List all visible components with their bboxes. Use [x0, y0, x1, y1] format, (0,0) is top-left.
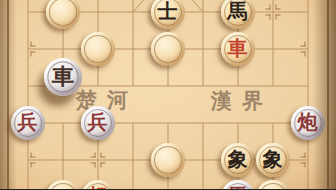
piece-馬[interactable]: 馬 — [221, 180, 255, 190]
piece-hidden[interactable] — [46, 180, 80, 190]
piece-象[interactable]: 象 — [221, 143, 255, 177]
piece-glyph: 馬 — [228, 1, 248, 21]
piece-glyph: 兵 — [88, 112, 108, 132]
piece-車[interactable]: 車 — [43, 57, 81, 95]
piece-象[interactable]: 象 — [256, 143, 290, 177]
piece-glyph: 車 — [228, 38, 248, 58]
piece-hidden[interactable] — [81, 32, 115, 66]
piece-hidden[interactable] — [151, 143, 185, 177]
piece-車[interactable]: 車 — [221, 32, 255, 66]
piece-兵[interactable]: 兵 — [81, 106, 115, 140]
piece-相[interactable]: 相 — [81, 180, 115, 190]
piece-士[interactable]: 士 — [151, 0, 185, 29]
piece-glyph: 象 — [263, 149, 283, 169]
piece-馬[interactable]: 馬 — [221, 0, 255, 29]
piece-兵[interactable]: 兵 — [11, 106, 45, 140]
piece-glyph: 馬 — [228, 186, 248, 190]
xiangqi-board[interactable]: 楚河 漢界 士馬車車兵兵炮象象相馬 — [0, 0, 336, 189]
piece-炮[interactable]: 炮 — [291, 106, 325, 140]
piece-glyph: 士 — [158, 1, 178, 21]
piece-glyph: 象 — [228, 149, 248, 169]
piece-glyph: 車 — [51, 64, 73, 86]
piece-layer[interactable]: 士馬車車兵兵炮象象相馬 — [10, 0, 325, 189]
piece-hidden[interactable] — [151, 32, 185, 66]
piece-hidden[interactable] — [256, 180, 290, 190]
piece-glyph: 相 — [88, 186, 108, 190]
piece-glyph: 兵 — [18, 112, 38, 132]
piece-hidden[interactable] — [46, 0, 80, 29]
piece-glyph: 炮 — [298, 112, 318, 132]
